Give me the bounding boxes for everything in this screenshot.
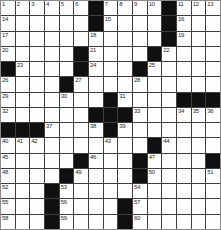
grid-cell[interactable]: [177, 138, 191, 152]
black-cell: [16, 123, 30, 137]
grid-cell[interactable]: [104, 154, 118, 168]
clue-number: 38: [90, 123, 96, 130]
black-cell: [1, 62, 15, 76]
black-cell: [1, 123, 15, 137]
grid-cell[interactable]: 21: [89, 47, 103, 61]
grid-cell[interactable]: [206, 32, 220, 46]
grid-cell[interactable]: [177, 47, 191, 61]
grid-cell[interactable]: 54: [133, 184, 147, 198]
grid-cell[interactable]: 44: [162, 138, 176, 152]
black-cell: [89, 108, 103, 122]
clue-number: 58: [2, 215, 8, 222]
clue-number: 46: [90, 154, 96, 161]
grid-cell[interactable]: [206, 16, 220, 30]
clue-number: 25: [149, 62, 155, 69]
clue-number: 54: [134, 184, 140, 191]
clue-number: 7: [105, 1, 108, 8]
clue-number: 32: [2, 108, 8, 115]
grid-cell[interactable]: 22: [162, 47, 176, 61]
clue-number: 57: [134, 199, 140, 206]
grid-cell[interactable]: 30: [60, 93, 74, 107]
grid-cell[interactable]: [177, 215, 191, 229]
clue-number: 56: [61, 199, 67, 206]
grid-cell[interactable]: 15: [104, 16, 118, 30]
grid-cell[interactable]: 19: [177, 32, 191, 46]
clue-number: 37: [46, 123, 52, 130]
clue-number: 36: [207, 108, 213, 115]
grid-cell[interactable]: [16, 215, 30, 229]
clue-number: 12: [193, 1, 199, 8]
grid-cell[interactable]: [16, 108, 30, 122]
clue-number: 17: [2, 32, 8, 39]
clue-number: 52: [2, 184, 8, 191]
grid-cell[interactable]: [177, 62, 191, 76]
clue-number: 30: [61, 93, 67, 100]
grid-cell[interactable]: [30, 199, 44, 213]
grid-cell[interactable]: 39: [118, 123, 132, 137]
grid-cell[interactable]: 13: [206, 1, 220, 15]
grid-cell[interactable]: [89, 169, 103, 183]
grid-cell[interactable]: 42: [30, 138, 44, 152]
grid-cell[interactable]: [16, 93, 30, 107]
grid-cell[interactable]: [89, 199, 103, 213]
grid-cell[interactable]: [89, 138, 103, 152]
grid-cell[interactable]: [148, 93, 162, 107]
clue-number: 6: [75, 1, 78, 8]
crossword-puzzle: 1234567891011121314151617181920212223242…: [0, 0, 221, 230]
grid-cell[interactable]: [192, 77, 206, 91]
grid-cell[interactable]: 38: [89, 123, 103, 137]
grid-cell[interactable]: [89, 77, 103, 91]
clue-number: 29: [2, 93, 8, 100]
grid-cell[interactable]: 14: [1, 16, 15, 30]
crossword-grid: 1234567891011121314151617181920212223242…: [0, 0, 221, 230]
grid-cell[interactable]: [118, 77, 132, 91]
grid-cell[interactable]: 20: [1, 47, 15, 61]
grid-cell[interactable]: [30, 47, 44, 61]
grid-cell[interactable]: [74, 138, 88, 152]
clue-number: 31: [119, 93, 125, 100]
grid-cell[interactable]: [16, 184, 30, 198]
grid-cell[interactable]: 25: [148, 62, 162, 76]
clue-number: 59: [61, 215, 67, 222]
clue-number: 24: [90, 62, 96, 69]
grid-cell[interactable]: [162, 108, 176, 122]
grid-cell[interactable]: [206, 47, 220, 61]
grid-cell[interactable]: [60, 32, 74, 46]
grid-cell[interactable]: [30, 62, 44, 76]
clue-number: 19: [178, 32, 184, 39]
grid-cell[interactable]: [192, 16, 206, 30]
grid-cell[interactable]: [45, 77, 59, 91]
grid-cell[interactable]: [177, 169, 191, 183]
grid-cell[interactable]: [45, 138, 59, 152]
grid-cell[interactable]: [118, 169, 132, 183]
grid-cell[interactable]: [16, 32, 30, 46]
grid-cell[interactable]: [30, 154, 44, 168]
clue-number: 4: [46, 1, 49, 8]
grid-cell[interactable]: [104, 47, 118, 61]
grid-cell[interactable]: 57: [133, 199, 147, 213]
clue-number: 14: [2, 16, 8, 23]
grid-cell[interactable]: 17: [1, 32, 15, 46]
grid-cell[interactable]: 46: [89, 154, 103, 168]
grid-cell[interactable]: [30, 32, 44, 46]
grid-cell[interactable]: [16, 47, 30, 61]
grid-cell[interactable]: [133, 93, 147, 107]
clue-number: 42: [31, 138, 37, 145]
black-cell: [60, 77, 74, 91]
grid-cell[interactable]: 16: [177, 16, 191, 30]
grid-cell[interactable]: [162, 169, 176, 183]
black-cell: [104, 108, 118, 122]
grid-cell[interactable]: [45, 47, 59, 61]
clue-number: 60: [134, 215, 140, 222]
grid-cell[interactable]: [60, 47, 74, 61]
grid-cell[interactable]: 51: [206, 169, 220, 183]
grid-cell[interactable]: [177, 154, 191, 168]
grid-cell[interactable]: [30, 169, 44, 183]
grid-cell[interactable]: [177, 184, 191, 198]
grid-cell[interactable]: 36: [206, 108, 220, 122]
grid-cell[interactable]: [118, 62, 132, 76]
black-cell: [104, 123, 118, 137]
grid-cell[interactable]: [148, 199, 162, 213]
grid-cell[interactable]: [162, 154, 176, 168]
grid-cell[interactable]: [104, 215, 118, 229]
black-cell: [192, 93, 206, 107]
grid-cell[interactable]: [192, 138, 206, 152]
grid-cell[interactable]: 33: [133, 108, 147, 122]
black-cell: [133, 169, 147, 183]
grid-cell[interactable]: [148, 215, 162, 229]
grid-cell[interactable]: [45, 32, 59, 46]
grid-cell[interactable]: [16, 77, 30, 91]
grid-cell[interactable]: [74, 199, 88, 213]
grid-cell[interactable]: 18: [89, 32, 103, 46]
black-cell: [206, 93, 220, 107]
grid-cell[interactable]: [16, 169, 30, 183]
clue-number: 45: [2, 154, 8, 161]
black-cell: [60, 169, 74, 183]
black-cell: [177, 93, 191, 107]
grid-cell[interactable]: 55: [1, 199, 15, 213]
grid-cell[interactable]: 27: [74, 77, 88, 91]
clue-number: 27: [75, 77, 81, 84]
grid-cell[interactable]: [118, 184, 132, 198]
grid-cell[interactable]: 31: [118, 93, 132, 107]
grid-cell[interactable]: [206, 184, 220, 198]
clue-number: 16: [178, 16, 184, 23]
grid-cell[interactable]: 24: [89, 62, 103, 76]
clue-number: 41: [17, 138, 23, 145]
grid-cell[interactable]: [74, 32, 88, 46]
grid-cell[interactable]: [60, 62, 74, 76]
grid-cell[interactable]: [45, 154, 59, 168]
grid-cell[interactable]: [118, 154, 132, 168]
black-cell: [45, 184, 59, 198]
grid-cell[interactable]: [206, 215, 220, 229]
black-cell: [118, 199, 132, 213]
grid-cell[interactable]: [162, 77, 176, 91]
grid-cell[interactable]: [192, 47, 206, 61]
grid-cell[interactable]: [45, 93, 59, 107]
grid-cell[interactable]: [192, 199, 206, 213]
black-cell: [148, 138, 162, 152]
grid-cell[interactable]: [89, 184, 103, 198]
black-cell: [206, 154, 220, 168]
clue-number: 48: [2, 169, 8, 176]
grid-cell[interactable]: [162, 199, 176, 213]
grid-cell[interactable]: [60, 123, 74, 137]
clue-number: 49: [75, 169, 81, 176]
grid-cell[interactable]: [45, 108, 59, 122]
grid-cell[interactable]: [104, 32, 118, 46]
grid-cell[interactable]: 9: [133, 1, 147, 15]
grid-cell[interactable]: [74, 108, 88, 122]
grid-cell[interactable]: 3: [30, 1, 44, 15]
black-cell: [133, 62, 147, 76]
grid-cell[interactable]: 58: [1, 215, 15, 229]
grid-cell[interactable]: 23: [16, 62, 30, 76]
grid-cell[interactable]: [118, 32, 132, 46]
grid-cell[interactable]: [192, 169, 206, 183]
grid-cell[interactable]: [133, 32, 147, 46]
grid-cell[interactable]: [162, 62, 176, 76]
clue-number: 5: [61, 1, 64, 8]
grid-cell[interactable]: [60, 16, 74, 30]
clue-number: 47: [149, 154, 155, 161]
black-cell: [104, 93, 118, 107]
grid-cell[interactable]: 8: [118, 1, 132, 15]
grid-cell[interactable]: [30, 77, 44, 91]
grid-cell[interactable]: 28: [133, 77, 147, 91]
grid-cell[interactable]: [162, 184, 176, 198]
grid-cell[interactable]: [206, 62, 220, 76]
clue-number: 50: [149, 169, 155, 176]
clue-number: 9: [134, 1, 137, 8]
clue-number: 34: [178, 108, 184, 115]
grid-cell[interactable]: [74, 123, 88, 137]
grid-cell[interactable]: [16, 16, 30, 30]
grid-cell[interactable]: [192, 32, 206, 46]
clue-number: 3: [31, 1, 34, 8]
grid-cell[interactable]: 7: [104, 1, 118, 15]
grid-cell[interactable]: [192, 123, 206, 137]
grid-cell[interactable]: 45: [1, 154, 15, 168]
grid-cell[interactable]: [104, 199, 118, 213]
grid-cell[interactable]: [74, 215, 88, 229]
clue-number: 35: [193, 108, 199, 115]
clue-number: 43: [105, 138, 111, 145]
grid-cell[interactable]: 29: [1, 93, 15, 107]
clue-number: 20: [2, 47, 8, 54]
grid-cell[interactable]: [104, 77, 118, 91]
grid-cell[interactable]: [30, 16, 44, 30]
grid-cell[interactable]: [148, 108, 162, 122]
grid-cell[interactable]: [118, 138, 132, 152]
grid-cell[interactable]: 56: [60, 199, 74, 213]
grid-cell[interactable]: [45, 169, 59, 183]
grid-cell[interactable]: [192, 215, 206, 229]
grid-cell[interactable]: [30, 93, 44, 107]
grid-cell[interactable]: [206, 199, 220, 213]
grid-cell[interactable]: 59: [60, 215, 74, 229]
grid-cell[interactable]: [162, 215, 176, 229]
grid-cell[interactable]: [148, 77, 162, 91]
clue-number: 1: [2, 1, 5, 8]
grid-cell[interactable]: [206, 77, 220, 91]
grid-cell[interactable]: 40: [1, 138, 15, 152]
grid-cell[interactable]: 35: [192, 108, 206, 122]
grid-cell[interactable]: [162, 93, 176, 107]
grid-cell[interactable]: [133, 16, 147, 30]
grid-cell[interactable]: 49: [74, 169, 88, 183]
grid-cell[interactable]: [60, 154, 74, 168]
grid-cell[interactable]: [177, 199, 191, 213]
black-cell: [74, 47, 88, 61]
clue-number: 23: [17, 62, 23, 69]
grid-cell[interactable]: [30, 108, 44, 122]
clue-number: 11: [178, 1, 184, 8]
grid-cell[interactable]: [118, 16, 132, 30]
grid-cell[interactable]: [192, 154, 206, 168]
grid-cell[interactable]: [177, 123, 191, 137]
black-cell: [74, 62, 88, 76]
grid-cell[interactable]: 2: [16, 1, 30, 15]
black-cell: [89, 16, 103, 30]
clue-number: 51: [207, 169, 213, 176]
grid-cell[interactable]: 6: [74, 1, 88, 15]
clue-number: 21: [90, 47, 96, 54]
grid-cell[interactable]: [148, 184, 162, 198]
black-cell: [148, 47, 162, 61]
grid-cell[interactable]: [104, 169, 118, 183]
grid-cell[interactable]: [89, 215, 103, 229]
grid-cell[interactable]: [148, 123, 162, 137]
grid-cell[interactable]: [206, 138, 220, 152]
grid-cell[interactable]: [148, 32, 162, 46]
clue-number: 44: [163, 138, 169, 145]
clue-number: 2: [17, 1, 20, 8]
clue-number: 39: [119, 123, 125, 130]
grid-cell[interactable]: 4: [45, 1, 59, 15]
grid-cell[interactable]: [133, 47, 147, 61]
grid-cell[interactable]: [45, 62, 59, 76]
grid-cell[interactable]: [16, 154, 30, 168]
clue-number: 53: [61, 184, 67, 191]
black-cell: [45, 199, 59, 213]
grid-cell[interactable]: 52: [1, 184, 15, 198]
clue-number: 18: [90, 32, 96, 39]
clue-number: 8: [119, 1, 122, 8]
grid-cell[interactable]: 5: [60, 1, 74, 15]
black-cell: [162, 1, 176, 15]
grid-cell[interactable]: [104, 62, 118, 76]
clue-number: 10: [149, 1, 155, 8]
grid-cell[interactable]: [148, 16, 162, 30]
grid-cell[interactable]: [74, 16, 88, 30]
grid-cell[interactable]: [177, 77, 191, 91]
black-cell: [74, 154, 88, 168]
grid-cell[interactable]: [133, 138, 147, 152]
clue-number: 28: [134, 77, 140, 84]
grid-cell[interactable]: 32: [1, 108, 15, 122]
grid-cell[interactable]: [74, 184, 88, 198]
grid-cell[interactable]: [45, 16, 59, 30]
grid-cell[interactable]: [60, 138, 74, 152]
grid-cell[interactable]: 43: [104, 138, 118, 152]
grid-cell[interactable]: 11: [177, 1, 191, 15]
grid-cell[interactable]: [89, 93, 103, 107]
grid-cell[interactable]: 48: [1, 169, 15, 183]
black-cell: [45, 215, 59, 229]
grid-cell[interactable]: 26: [1, 77, 15, 91]
clue-number: 22: [163, 47, 169, 54]
grid-cell[interactable]: [192, 62, 206, 76]
clue-number: 15: [105, 16, 111, 23]
grid-cell[interactable]: [162, 123, 176, 137]
grid-cell[interactable]: 53: [60, 184, 74, 198]
black-cell: [118, 108, 132, 122]
grid-cell[interactable]: [192, 184, 206, 198]
grid-cell[interactable]: 37: [45, 123, 59, 137]
clue-number: 26: [2, 77, 8, 84]
clue-number: 13: [207, 1, 213, 8]
clue-number: 40: [2, 138, 8, 145]
grid-cell[interactable]: [74, 93, 88, 107]
grid-cell[interactable]: 50: [148, 169, 162, 183]
grid-cell[interactable]: 41: [16, 138, 30, 152]
black-cell: [118, 215, 132, 229]
grid-cell[interactable]: [60, 108, 74, 122]
grid-cell[interactable]: [30, 215, 44, 229]
grid-cell[interactable]: [206, 123, 220, 137]
black-cell: [162, 16, 176, 30]
black-cell: [162, 32, 176, 46]
grid-cell[interactable]: 34: [177, 108, 191, 122]
black-cell: [89, 1, 103, 15]
black-cell: [133, 154, 147, 168]
grid-cell[interactable]: [104, 184, 118, 198]
grid-cell[interactable]: 60: [133, 215, 147, 229]
black-cell: [30, 123, 44, 137]
clue-number: 55: [2, 199, 8, 206]
grid-cell[interactable]: 12: [192, 1, 206, 15]
grid-cell[interactable]: [118, 47, 132, 61]
grid-cell[interactable]: [30, 184, 44, 198]
grid-cell[interactable]: 1: [1, 1, 15, 15]
grid-cell[interactable]: 10: [148, 1, 162, 15]
grid-cell[interactable]: [133, 123, 147, 137]
grid-cell[interactable]: [16, 199, 30, 213]
grid-cell[interactable]: 47: [148, 154, 162, 168]
clue-number: 33: [134, 108, 140, 115]
